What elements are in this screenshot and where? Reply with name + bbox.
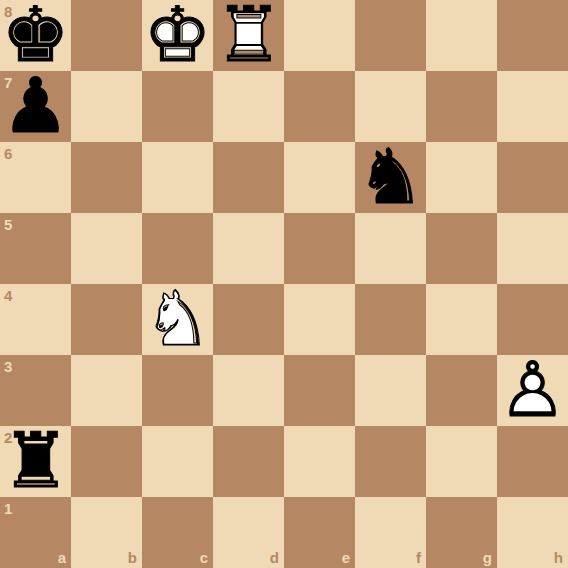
square-f2[interactable] [355,426,426,497]
square-b5[interactable] [71,213,142,284]
rank-label-4: 4 [4,287,12,304]
square-e4[interactable] [284,284,355,355]
square-d3[interactable] [213,355,284,426]
piece-glyph: ♞ [355,141,426,212]
square-h6[interactable] [497,142,568,213]
piece-glyph: ♜ [0,425,71,496]
black-knight[interactable]: ♞ [355,142,426,213]
piece-outline-glyph: ♖ [213,0,284,70]
square-h8[interactable] [497,0,568,71]
square-e8[interactable] [284,0,355,71]
square-f8[interactable] [355,0,426,71]
white-rook[interactable]: ♜♖ [213,0,284,71]
square-c8[interactable]: ♚♔ [142,0,213,71]
square-g5[interactable] [426,213,497,284]
square-e7[interactable] [284,71,355,142]
square-f3[interactable] [355,355,426,426]
rank-label-3: 3 [4,358,12,375]
piece-glyph: ♟ [0,70,71,141]
square-e3[interactable] [284,355,355,426]
square-c2[interactable] [142,426,213,497]
square-d2[interactable] [213,426,284,497]
square-f5[interactable] [355,213,426,284]
file-label-c: c [200,549,208,566]
square-b7[interactable] [71,71,142,142]
piece-glyph: ♚ [0,0,71,70]
square-e5[interactable] [284,213,355,284]
rank-label-5: 5 [4,216,12,233]
square-h2[interactable] [497,426,568,497]
square-g2[interactable] [426,426,497,497]
rank-label-6: 6 [4,145,12,162]
white-knight[interactable]: ♞♘ [142,284,213,355]
square-a5[interactable]: 5 [0,213,71,284]
file-label-f: f [416,549,421,566]
file-label-h: h [554,549,563,566]
white-pawn[interactable]: ♟♙ [497,355,568,426]
square-a7[interactable]: 7♟ [0,71,71,142]
square-g3[interactable] [426,355,497,426]
file-label-b: b [128,549,137,566]
square-h1[interactable]: h [497,497,568,568]
square-d7[interactable] [213,71,284,142]
square-g1[interactable]: g [426,497,497,568]
square-d6[interactable] [213,142,284,213]
black-pawn[interactable]: ♟ [0,71,71,142]
square-b6[interactable] [71,142,142,213]
square-h3[interactable]: ♟♙ [497,355,568,426]
square-g8[interactable] [426,0,497,71]
piece-outline-glyph: ♘ [142,283,213,354]
square-e6[interactable] [284,142,355,213]
square-f6[interactable]: ♞ [355,142,426,213]
file-label-d: d [270,549,279,566]
square-c7[interactable] [142,71,213,142]
square-b3[interactable] [71,355,142,426]
square-b2[interactable] [71,426,142,497]
square-e2[interactable] [284,426,355,497]
file-label-g: g [483,549,492,566]
white-king[interactable]: ♚♔ [142,0,213,71]
piece-outline-glyph: ♔ [142,0,213,70]
square-a2[interactable]: 2♜ [0,426,71,497]
square-g7[interactable] [426,71,497,142]
piece-outline-glyph: ♙ [497,354,568,425]
square-a1[interactable]: 1a [0,497,71,568]
square-c6[interactable] [142,142,213,213]
square-b1[interactable]: b [71,497,142,568]
square-h5[interactable] [497,213,568,284]
rank-label-1: 1 [4,500,12,517]
square-b8[interactable] [71,0,142,71]
square-h7[interactable] [497,71,568,142]
chess-board: 8♚♚♔♜♖7♟6♞54♞♘3♟♙2♜1abcdefgh [0,0,568,568]
file-label-e: e [342,549,350,566]
square-d5[interactable] [213,213,284,284]
square-e1[interactable]: e [284,497,355,568]
square-d4[interactable] [213,284,284,355]
square-c3[interactable] [142,355,213,426]
file-label-a: a [58,549,66,566]
square-f1[interactable]: f [355,497,426,568]
square-a4[interactable]: 4 [0,284,71,355]
square-b4[interactable] [71,284,142,355]
square-c1[interactable]: c [142,497,213,568]
square-d1[interactable]: d [213,497,284,568]
black-rook[interactable]: ♜ [0,426,71,497]
square-f4[interactable] [355,284,426,355]
square-g4[interactable] [426,284,497,355]
square-a6[interactable]: 6 [0,142,71,213]
square-c4[interactable]: ♞♘ [142,284,213,355]
square-g6[interactable] [426,142,497,213]
square-d8[interactable]: ♜♖ [213,0,284,71]
